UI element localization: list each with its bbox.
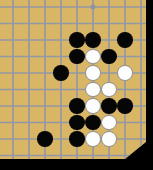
white-stone[interactable] (85, 98, 101, 114)
white-stone[interactable] (101, 82, 117, 98)
black-stone[interactable] (117, 32, 133, 48)
black-stone[interactable] (101, 98, 117, 114)
white-stone[interactable] (117, 65, 133, 81)
black-stone[interactable] (69, 32, 85, 48)
go-board-photo (0, 0, 153, 170)
black-stone[interactable] (101, 49, 117, 65)
black-stone[interactable] (69, 98, 85, 114)
black-stone[interactable] (69, 131, 85, 147)
white-stone[interactable] (85, 65, 101, 81)
black-stone[interactable] (69, 49, 85, 65)
white-stone[interactable] (101, 115, 117, 131)
black-stone[interactable] (85, 32, 101, 48)
black-stone[interactable] (53, 65, 69, 81)
white-stone[interactable] (85, 82, 101, 98)
black-stone[interactable] (85, 115, 101, 131)
hoshi-star-point (91, 5, 95, 9)
white-stone[interactable] (85, 131, 101, 147)
go-board[interactable] (0, 0, 153, 170)
black-stone[interactable] (37, 131, 53, 147)
black-stone[interactable] (117, 98, 133, 114)
white-stone[interactable] (85, 49, 101, 65)
white-stone[interactable] (101, 131, 117, 147)
black-stone[interactable] (69, 115, 85, 131)
